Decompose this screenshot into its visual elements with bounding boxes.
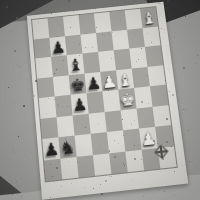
photo-noise-speck: [197, 55, 198, 56]
photo-noise-speck: [183, 109, 184, 110]
piece-white-king-f4[interactable]: ♚: [117, 81, 136, 109]
square-h5[interactable]: [147, 65, 165, 86]
piece-black-pawn-b7[interactable]: ♟: [49, 29, 67, 56]
photo-noise-speck: [14, 102, 15, 103]
board-sheet: ♝♟♝♚♟♟♝♚♟♟♞♟ ············: [27, 2, 188, 200]
photo-noise-speck: [196, 167, 197, 168]
square-h4[interactable]: [150, 85, 168, 107]
piece-white-pawn-g2[interactable]: ♟: [138, 120, 157, 149]
square-a6[interactable]: [35, 57, 52, 78]
photo-noise-speck: [17, 64, 18, 65]
photo-noise-speck: [185, 109, 186, 110]
photo-noise-speck: [189, 161, 190, 162]
photo-noise-speck: [16, 181, 17, 182]
square-a7[interactable]: [34, 37, 51, 58]
photo-noise-speck: [14, 50, 16, 52]
photo-noise-speck: [31, 152, 32, 153]
square-b6[interactable]: [51, 55, 69, 76]
piece-white-bishop-h8[interactable]: ♝: [139, 1, 158, 27]
square-a4[interactable]: [39, 96, 57, 118]
photo-noise-speck: [185, 16, 186, 17]
square-h3[interactable]: [152, 105, 171, 127]
photo-noise-speck: [8, 87, 9, 88]
square-a5[interactable]: [37, 76, 55, 98]
square-h6[interactable]: [145, 45, 163, 66]
square-a1[interactable]: [44, 158, 62, 181]
photo-noise-speck: [174, 37, 175, 38]
photo-noise-speck: [12, 114, 13, 115]
photo-noise-speck: [195, 63, 196, 64]
piece-black-knight-b2[interactable]: ♞: [58, 128, 77, 157]
square-b1[interactable]: [60, 156, 78, 179]
square-b4[interactable]: [55, 95, 73, 117]
photo-noise-speck: [12, 151, 14, 153]
photo-noise-speck: [183, 67, 185, 69]
photo-noise-speck: [23, 105, 25, 107]
photo-noise-speck: [19, 66, 20, 67]
photo-noise-speck: [188, 130, 189, 131]
photo-noise-speck: [18, 136, 19, 137]
photo-noise-speck: [6, 36, 7, 37]
photo-noise-speck: [11, 31, 12, 32]
square-b5[interactable]: [53, 75, 71, 97]
square-h7[interactable]: [142, 26, 160, 47]
piece-black-pawn-c4[interactable]: ♟: [70, 86, 89, 114]
square-a8[interactable]: [32, 18, 49, 39]
chessboard-photo: ♝♟♝♚♟♟♝♚♟♟♞♟ ············: [0, 0, 200, 200]
